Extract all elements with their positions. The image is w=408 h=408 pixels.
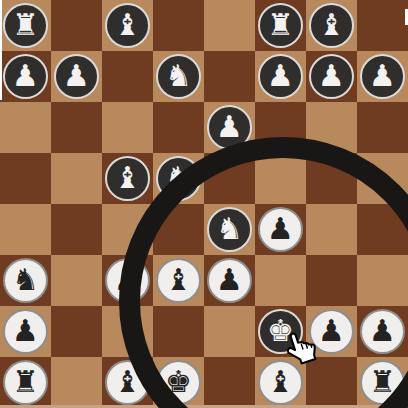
bishop-glyph: ♝ xyxy=(165,265,192,295)
rook-glyph: ♜ xyxy=(369,367,396,397)
piece-white-king-d1[interactable]: ♚ xyxy=(156,360,201,405)
bishop-glyph: ♝ xyxy=(318,10,345,40)
piece-black-knight-e4[interactable]: ♞ xyxy=(207,207,252,252)
piece-white-knight-a3[interactable]: ♞ xyxy=(3,258,48,303)
piece-black-bishop-g8[interactable]: ♝ xyxy=(309,3,354,48)
pawn-glyph: ♟ xyxy=(12,316,39,346)
chess-board: ♜♝♜♝♟♟♞♟♟♟♟♝♞♞♟♞♟♝♟♟♚♟♟♜♝♚♝♜ xyxy=(0,0,408,408)
piece-black-bishop-c5[interactable]: ♝ xyxy=(105,156,150,201)
piece-white-bishop-f1[interactable]: ♝ xyxy=(258,360,303,405)
pawn-glyph: ♟ xyxy=(63,61,90,91)
pawn-glyph: ♟ xyxy=(267,214,294,244)
king-glyph: ♚ xyxy=(165,367,192,397)
piece-black-bishop-c8[interactable]: ♝ xyxy=(105,3,150,48)
knight-glyph: ♞ xyxy=(216,214,243,244)
knight-glyph: ♞ xyxy=(165,163,192,193)
piece-white-pawn-f4[interactable]: ♟ xyxy=(258,207,303,252)
piece-black-pawn-g7[interactable]: ♟ xyxy=(309,54,354,99)
pawn-glyph: ♟ xyxy=(318,61,345,91)
bishop-glyph: ♝ xyxy=(114,163,141,193)
king-glyph: ♚ xyxy=(267,316,294,346)
piece-white-pawn-e3[interactable]: ♟ xyxy=(207,258,252,303)
bishop-glyph: ♝ xyxy=(267,367,294,397)
piece-black-pawn-e6[interactable]: ♟ xyxy=(207,105,252,150)
piece-black-pawn-a7[interactable]: ♟ xyxy=(3,54,48,99)
piece-white-pawn-h2[interactable]: ♟ xyxy=(360,309,405,354)
pawn-glyph: ♟ xyxy=(114,265,141,295)
knight-glyph: ♞ xyxy=(165,61,192,91)
piece-white-rook-a1[interactable]: ♜ xyxy=(3,360,48,405)
pawn-glyph: ♟ xyxy=(369,316,396,346)
piece-black-rook-a8[interactable]: ♜ xyxy=(3,3,48,48)
pawn-glyph: ♟ xyxy=(216,265,243,295)
pawn-glyph: ♟ xyxy=(318,316,345,346)
piece-white-pawn-c3[interactable]: ♟ xyxy=(105,258,150,303)
piece-white-bishop-d3[interactable]: ♝ xyxy=(156,258,201,303)
piece-black-pawn-b7[interactable]: ♟ xyxy=(54,54,99,99)
bishop-glyph: ♝ xyxy=(114,367,141,397)
piece-white-bishop-c1[interactable]: ♝ xyxy=(105,360,150,405)
piece-white-pawn-g2[interactable]: ♟ xyxy=(309,309,354,354)
piece-white-rook-h1[interactable]: ♜ xyxy=(360,360,405,405)
piece-black-knight-d5[interactable]: ♞ xyxy=(156,156,201,201)
piece-black-king-f2[interactable]: ♚ xyxy=(258,309,303,354)
piece-black-rook-f8[interactable]: ♜ xyxy=(258,3,303,48)
rook-glyph: ♜ xyxy=(267,10,294,40)
pawn-glyph: ♟ xyxy=(216,112,243,142)
piece-black-knight-d7[interactable]: ♞ xyxy=(156,54,201,99)
pawn-glyph: ♟ xyxy=(12,61,39,91)
pawn-glyph: ♟ xyxy=(369,61,396,91)
rook-glyph: ♜ xyxy=(12,10,39,40)
piece-white-pawn-a2[interactable]: ♟ xyxy=(3,309,48,354)
bishop-glyph: ♝ xyxy=(114,10,141,40)
piece-black-pawn-f7[interactable]: ♟ xyxy=(258,54,303,99)
pieces-layer: ♜♝♜♝♟♟♞♟♟♟♟♝♞♞♟♞♟♝♟♟♚♟♟♜♝♚♝♜ xyxy=(0,0,408,408)
knight-glyph: ♞ xyxy=(12,265,39,295)
piece-black-pawn-h7[interactable]: ♟ xyxy=(360,54,405,99)
rook-glyph: ♜ xyxy=(12,367,39,397)
pawn-glyph: ♟ xyxy=(267,61,294,91)
window-edge-sliver xyxy=(0,0,2,100)
